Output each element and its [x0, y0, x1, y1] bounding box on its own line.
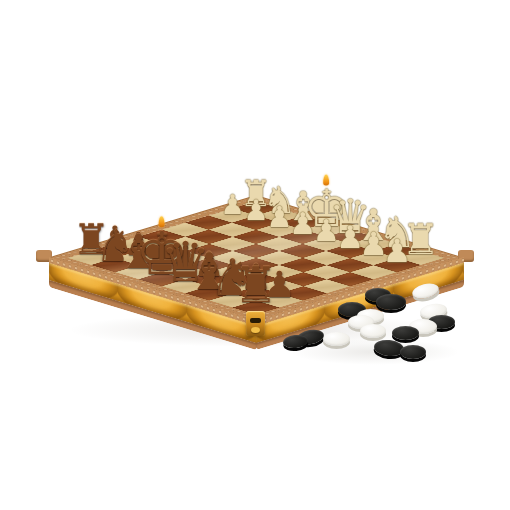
clasp-slot: [250, 318, 261, 323]
checkers-pile-shadow: [290, 339, 460, 365]
product-photo: ♜♞♝♛♚♝♞♜♟♟♟♟♟♟♟♟♟♟♟♟♟♟♟♟♜♞♝♛♚♝♞♜: [0, 0, 510, 510]
clasp-latch: [246, 311, 265, 336]
flame-icon: [324, 174, 330, 185]
clasp-knob: [251, 327, 260, 333]
